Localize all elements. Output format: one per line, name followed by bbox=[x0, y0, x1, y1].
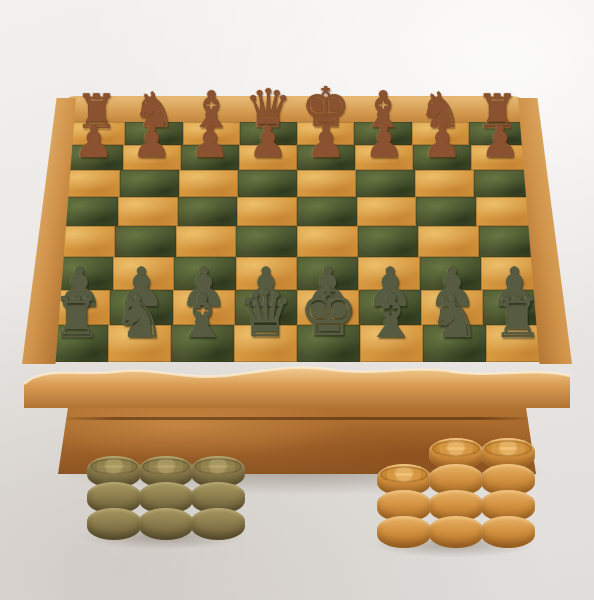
brown-p-piece[interactable]: ♟ bbox=[306, 120, 345, 164]
green-q-piece[interactable]: ♛ bbox=[237, 282, 294, 346]
orange-checker-disc[interactable] bbox=[429, 516, 483, 548]
board-rank bbox=[58, 197, 536, 226]
board-square[interactable] bbox=[297, 170, 356, 197]
board-square[interactable] bbox=[418, 226, 479, 257]
board-square[interactable] bbox=[178, 197, 238, 226]
board-square[interactable] bbox=[61, 170, 120, 197]
board-rank bbox=[61, 170, 532, 197]
green-k-piece[interactable]: ♚ bbox=[299, 280, 358, 346]
brown-p-piece[interactable]: ♟ bbox=[132, 120, 171, 164]
disc-top-ring bbox=[432, 440, 480, 457]
chess-set-photo-scene: ♜♞♝♛♚♝♞♜♟♟♟♟♟♟♟♟♟♟♟♟♟♟♟♟♜♞♝♛♚♝♞♜ bbox=[0, 0, 594, 600]
brown-p-piece[interactable]: ♟ bbox=[364, 120, 403, 164]
green-b-piece[interactable]: ♝ bbox=[176, 286, 230, 346]
board-square[interactable]: ♟ bbox=[65, 145, 123, 170]
green-b-piece[interactable]: ♝ bbox=[365, 286, 419, 346]
board-square[interactable] bbox=[297, 226, 358, 257]
board-square[interactable] bbox=[297, 197, 357, 226]
board-square[interactable]: ♟ bbox=[123, 145, 181, 170]
board-square[interactable] bbox=[176, 226, 237, 257]
disc-top-ring bbox=[194, 458, 242, 475]
board-square[interactable] bbox=[415, 170, 474, 197]
board-square[interactable] bbox=[236, 226, 297, 257]
green-checker-disc[interactable] bbox=[87, 508, 141, 540]
disc-top-ring bbox=[484, 440, 532, 457]
board-square[interactable]: ♟ bbox=[297, 145, 355, 170]
green-n-piece[interactable]: ♞ bbox=[114, 288, 166, 346]
disc-top-ring bbox=[142, 458, 190, 475]
board-square[interactable] bbox=[237, 197, 297, 226]
board-square[interactable] bbox=[120, 170, 179, 197]
brown-p-piece[interactable]: ♟ bbox=[248, 120, 287, 164]
board-square[interactable] bbox=[358, 226, 419, 257]
brown-p-piece[interactable]: ♟ bbox=[481, 120, 520, 164]
board-rank: ♟♟♟♟♟♟♟♟ bbox=[65, 145, 530, 170]
board-square[interactable] bbox=[356, 170, 415, 197]
board-square[interactable] bbox=[118, 197, 178, 226]
brown-p-piece[interactable]: ♟ bbox=[74, 120, 113, 164]
board-square[interactable] bbox=[357, 197, 417, 226]
board-square[interactable] bbox=[238, 170, 297, 197]
green-checker-disc[interactable] bbox=[191, 508, 245, 540]
board-front-rim bbox=[24, 348, 570, 408]
orange-checker-disc[interactable] bbox=[481, 516, 535, 548]
board-square[interactable]: ♟ bbox=[239, 145, 297, 170]
brown-p-piece[interactable]: ♟ bbox=[190, 120, 229, 164]
board-square[interactable]: ♟ bbox=[181, 145, 239, 170]
board-square[interactable] bbox=[179, 170, 238, 197]
board-rank bbox=[55, 226, 539, 257]
board-square[interactable] bbox=[115, 226, 176, 257]
disc-top-ring bbox=[380, 466, 428, 483]
board-square[interactable]: ♟ bbox=[471, 145, 529, 170]
disc-top-ring bbox=[90, 458, 138, 475]
green-n-piece[interactable]: ♞ bbox=[429, 288, 481, 346]
board-square[interactable]: ♟ bbox=[355, 145, 413, 170]
board-square[interactable]: ♟ bbox=[413, 145, 471, 170]
brown-p-piece[interactable]: ♟ bbox=[422, 120, 461, 164]
green-checker-disc[interactable] bbox=[139, 508, 193, 540]
orange-checker-disc[interactable] bbox=[377, 516, 431, 548]
board-square[interactable] bbox=[474, 170, 533, 197]
board-square[interactable] bbox=[416, 197, 476, 226]
